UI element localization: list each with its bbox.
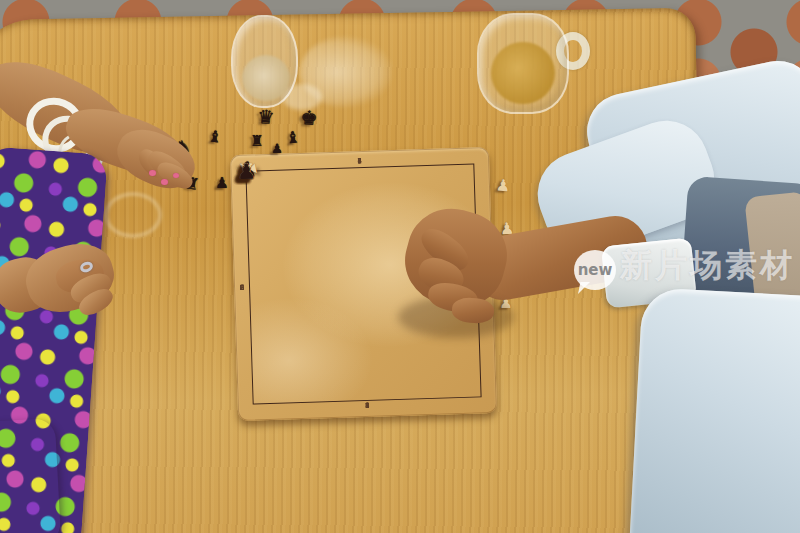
pink-fingernail <box>173 173 179 178</box>
captured-black-piece: ♚ <box>300 108 318 128</box>
drink-mug-right <box>477 13 569 114</box>
rank-label-1: 1 <box>365 403 369 410</box>
pink-fingernail <box>149 170 156 176</box>
captured-black-piece: ♝ <box>207 128 223 145</box>
floral-dress <box>0 418 61 533</box>
captured-black-piece: ♝ <box>285 129 301 146</box>
stock-photo-chess-game: ♞♝♟♟♝♟♟♟♟♟♜♟♟♟♟ HGFEDCBA HGFEDCBA 876543… <box>0 0 800 533</box>
drink-glass-left <box>231 15 298 108</box>
captured-black-piece: ♛ <box>257 107 275 127</box>
pink-fingernail <box>161 179 168 185</box>
man-shirt-body <box>629 287 800 533</box>
captured-black-piece: ♟ <box>215 176 228 191</box>
amber-drink <box>491 42 555 104</box>
pale-drink <box>242 55 290 101</box>
rank-label-1: 1 <box>357 158 361 165</box>
captured-black-piece: ♟ <box>271 142 283 155</box>
captured-black-piece: ♜ <box>250 134 263 149</box>
table-ring-stain <box>104 192 162 238</box>
captured-white-piece: ♟ <box>495 177 511 194</box>
file-label-A: A <box>240 284 244 291</box>
